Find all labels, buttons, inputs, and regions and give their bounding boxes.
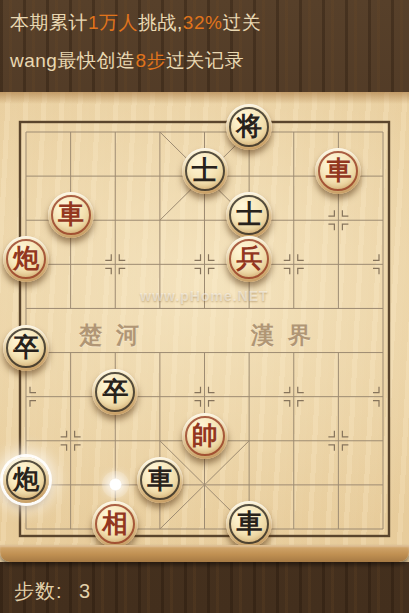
piece-glyph: 卒	[102, 378, 128, 404]
piece-red-elephant[interactable]: 相	[92, 501, 138, 547]
piece-glyph: 炮	[13, 466, 39, 492]
stat-highlight: 32%	[183, 12, 223, 33]
piece-black-advisor[interactable]: 士	[226, 192, 272, 238]
board-front-edge	[0, 545, 409, 562]
xiangqi-board[interactable]: 楚河 漢界 www.pHome.NET 将士車車士炮兵卒卒帥炮車相車	[0, 92, 409, 562]
piece-red-chariot[interactable]: 車	[315, 148, 361, 194]
stats-banner: 本期累计1万人挑战,32%过关 wang最快创造8步过关记录	[0, 0, 409, 92]
stats-line-1: 本期累计1万人挑战,32%过关	[10, 7, 399, 39]
move-counter-label: 步数:	[14, 580, 63, 602]
piece-glyph: 炮	[13, 245, 39, 271]
pieces-layer: 将士車車士炮兵卒卒帥炮車相車	[4, 110, 406, 551]
app-screen: 本期累计1万人挑战,32%过关 wang最快创造8步过关记录 楚河 漢界 www…	[0, 0, 409, 613]
stat-text: 过关记录	[166, 50, 244, 71]
stat-text: 过关	[222, 12, 261, 33]
piece-black-soldier[interactable]: 卒	[92, 369, 138, 415]
piece-glyph: 士	[192, 157, 218, 183]
stats-line-2: wang最快创造8步过关记录	[10, 45, 399, 77]
piece-black-chariot[interactable]: 車	[137, 457, 183, 503]
stat-text: wang最快创造	[10, 50, 135, 71]
piece-red-general[interactable]: 帥	[182, 413, 228, 459]
piece-glyph: 士	[236, 201, 262, 227]
piece-glyph: 相	[102, 510, 128, 536]
stat-highlight: 1万人	[88, 12, 138, 33]
piece-glyph: 車	[325, 157, 351, 183]
move-counter: 步数: 3	[0, 562, 409, 613]
piece-black-general[interactable]: 将	[226, 104, 272, 150]
piece-glyph: 卒	[13, 334, 39, 360]
stat-text: 本期累计	[10, 12, 88, 33]
piece-black-advisor[interactable]: 士	[182, 148, 228, 194]
piece-glyph: 将	[236, 113, 262, 139]
piece-black-soldier[interactable]: 卒	[3, 325, 49, 371]
move-counter-value: 3	[79, 580, 91, 602]
piece-glyph: 帥	[192, 422, 218, 448]
piece-black-cannon[interactable]: 炮	[3, 457, 49, 503]
piece-red-cannon[interactable]: 炮	[3, 236, 49, 282]
stat-highlight: 8步	[135, 50, 166, 71]
piece-glyph: 兵	[236, 245, 262, 271]
piece-red-chariot[interactable]: 車	[48, 192, 94, 238]
stat-text: 挑战,	[138, 12, 183, 33]
piece-glyph: 車	[236, 510, 262, 536]
piece-glyph: 車	[147, 466, 173, 492]
piece-red-soldier[interactable]: 兵	[226, 236, 272, 282]
piece-black-chariot[interactable]: 車	[226, 501, 272, 547]
move-indicator-dot[interactable]	[109, 478, 122, 491]
piece-glyph: 車	[58, 201, 84, 227]
